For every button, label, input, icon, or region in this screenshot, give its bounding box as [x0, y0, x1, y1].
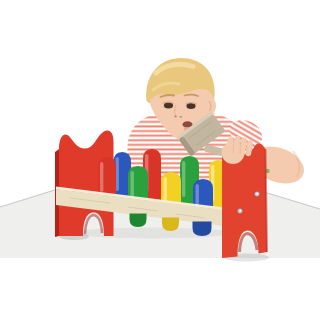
- screw-upper: [255, 192, 260, 197]
- left-nostril: [174, 116, 177, 118]
- peg-front-red-highlight: [100, 162, 103, 192]
- right-eye: [186, 103, 195, 109]
- peg-front-green-highlight: [131, 171, 134, 197]
- peg-back-blue-highlight: [116, 157, 119, 191]
- left-eye: [164, 103, 173, 109]
- photo-toddler-pounding-bench: [0, 0, 320, 320]
- right-nostril: [180, 116, 183, 118]
- photo-canvas: [0, 0, 320, 320]
- screw-lower-glint: [240, 210, 241, 211]
- peg-bottom-yellow: [162, 218, 179, 232]
- peg-bottom-blue: [193, 222, 212, 237]
- peg-front-yellow-highlight: [164, 177, 167, 202]
- peg-back-green-highlight: [182, 161, 185, 197]
- screw-upper-glint: [257, 193, 258, 194]
- peg-bottom-green: [130, 214, 147, 228]
- screw-lower: [238, 209, 243, 214]
